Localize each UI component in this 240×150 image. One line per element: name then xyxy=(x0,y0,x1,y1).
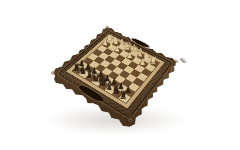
product-photo-chess-case: ♜♞♝♛♚♝♞♜♟♟♟♟♟♟♟♟♟♟♟♟♟♟♟♟♜♞♝♛♚♝♞♜ xyxy=(0,0,240,150)
dark-r-piece[interactable]: ♜ xyxy=(118,89,127,101)
light-p-piece[interactable]: ♟ xyxy=(145,61,152,70)
chessboard: ♜♞♝♛♚♝♞♜♟♟♟♟♟♟♟♟♟♟♟♟♟♟♟♟♜♞♝♛♚♝♞♜ xyxy=(65,34,165,110)
photo-perspective-wrapper: ♜♞♝♛♚♝♞♜♟♟♟♟♟♟♟♟♟♟♟♟♟♟♟♟♜♞♝♛♚♝♞♜ xyxy=(61,3,173,130)
light-p-piece[interactable]: ♟ xyxy=(126,51,133,60)
chess-case: ♜♞♝♛♚♝♞♜♟♟♟♟♟♟♟♟♟♟♟♟♟♟♟♟♜♞♝♛♚♝♞♜ xyxy=(43,22,185,131)
light-p-piece[interactable]: ♟ xyxy=(132,54,139,63)
perspective-container: ♜♞♝♛♚♝♞♜♟♟♟♟♟♟♟♟♟♟♟♟♟♟♟♟♜♞♝♛♚♝♞♜ xyxy=(61,3,173,130)
metal-clasp-icon xyxy=(179,58,187,64)
light-p-piece[interactable]: ♟ xyxy=(139,57,146,66)
